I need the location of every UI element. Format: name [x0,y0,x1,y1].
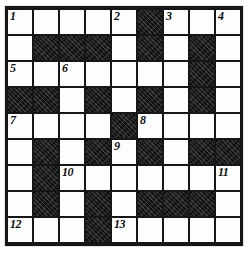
clue-number-6: 6 [62,62,68,76]
white-cell-r8c5[interactable] [112,192,136,216]
black-cell-r7c2 [34,166,58,190]
clue-number-10: 10 [62,166,73,180]
crossword-grid: 12345678910111213 [5,6,243,246]
white-cell-r5c3[interactable] [60,114,84,138]
black-cell-r8c6 [138,192,162,216]
black-cell-r4c4 [86,88,110,112]
white-cell-r6c1[interactable] [8,140,32,164]
white-cell-r3c7[interactable] [164,62,188,86]
white-cell-r9c8[interactable] [190,218,214,242]
black-cell-r8c8 [190,192,214,216]
black-cell-r4c1 [8,88,32,112]
black-cell-r8c2 [34,192,58,216]
clue-number-12: 12 [10,218,21,232]
clue-number-3: 3 [166,10,172,24]
black-cell-r1c6 [138,10,162,34]
white-cell-r4c5[interactable] [112,88,136,112]
white-cell-r2c5[interactable] [112,36,136,60]
white-cell-r1c4[interactable] [86,10,110,34]
white-cell-r9c5[interactable]: 13 [112,218,136,242]
puzzle-page: 12345678910111213 [0,0,251,256]
white-cell-r1c5[interactable]: 2 [112,10,136,34]
black-cell-r4c6 [138,88,162,112]
white-cell-r1c8[interactable] [190,10,214,34]
white-cell-r1c3[interactable] [60,10,84,34]
white-cell-r2c7[interactable] [164,36,188,60]
black-cell-r6c6 [138,140,162,164]
white-cell-r9c6[interactable] [138,218,162,242]
black-cell-r2c3 [60,36,84,60]
clue-number-1: 1 [10,10,16,24]
white-cell-r8c1[interactable] [8,192,32,216]
black-cell-r9c4 [86,218,110,242]
black-cell-r2c4 [86,36,110,60]
clue-number-5: 5 [10,62,16,76]
white-cell-r4c7[interactable] [164,88,188,112]
black-cell-r6c2 [34,140,58,164]
black-cell-r3c8 [190,62,214,86]
white-cell-r5c2[interactable] [34,114,58,138]
white-cell-r5c1[interactable]: 7 [8,114,32,138]
black-cell-r6c4 [86,140,110,164]
clue-number-2: 2 [114,10,120,24]
white-cell-r7c5[interactable] [112,166,136,190]
white-cell-r3c4[interactable] [86,62,110,86]
white-cell-r9c7[interactable] [164,218,188,242]
white-cell-r8c3[interactable] [60,192,84,216]
clue-number-4: 4 [218,10,224,24]
black-cell-r4c2 [34,88,58,112]
white-cell-r3c9[interactable] [216,62,240,86]
white-cell-r7c8[interactable] [190,166,214,190]
white-cell-r5c9[interactable] [216,114,240,138]
clue-number-11: 11 [218,166,228,180]
white-cell-r7c3[interactable]: 10 [60,166,84,190]
white-cell-r9c3[interactable] [60,218,84,242]
white-cell-r6c5[interactable]: 9 [112,140,136,164]
white-cell-r1c7[interactable]: 3 [164,10,188,34]
white-cell-r7c1[interactable] [8,166,32,190]
white-cell-r3c2[interactable] [34,62,58,86]
white-cell-r7c9[interactable]: 11 [216,166,240,190]
black-cell-r2c8 [190,36,214,60]
white-cell-r2c1[interactable] [8,36,32,60]
white-cell-r7c4[interactable] [86,166,110,190]
white-cell-r5c7[interactable] [164,114,188,138]
clue-number-9: 9 [114,140,120,154]
black-cell-r6c9 [216,140,240,164]
black-cell-r8c4 [86,192,110,216]
clue-number-7: 7 [10,114,16,128]
white-cell-r3c1[interactable]: 5 [8,62,32,86]
clue-number-13: 13 [114,218,125,232]
white-cell-r4c9[interactable] [216,88,240,112]
white-cell-r6c7[interactable] [164,140,188,164]
white-cell-r7c7[interactable] [164,166,188,190]
black-cell-r4c8 [190,88,214,112]
white-cell-r6c3[interactable] [60,140,84,164]
black-cell-r2c2 [34,36,58,60]
black-cell-r2c6 [138,36,162,60]
black-cell-r8c7 [164,192,188,216]
white-cell-r5c4[interactable] [86,114,110,138]
white-cell-r7c6[interactable] [138,166,162,190]
white-cell-r5c8[interactable] [190,114,214,138]
scanned-crossword-screenshot: { "game": "crossword", "description": "S… [0,0,251,256]
white-cell-r9c1[interactable]: 12 [8,218,32,242]
white-cell-r3c6[interactable] [138,62,162,86]
clue-number-8: 8 [140,114,146,128]
white-cell-r3c5[interactable] [112,62,136,86]
white-cell-r2c9[interactable] [216,36,240,60]
white-cell-r1c9[interactable]: 4 [216,10,240,34]
white-cell-r3c3[interactable]: 6 [60,62,84,86]
white-cell-r1c1[interactable]: 1 [8,10,32,34]
black-cell-r6c8 [190,140,214,164]
black-cell-r5c5 [112,114,136,138]
white-cell-r4c3[interactable] [60,88,84,112]
white-cell-r9c9[interactable] [216,218,240,242]
white-cell-r9c2[interactable] [34,218,58,242]
white-cell-r8c9[interactable] [216,192,240,216]
white-cell-r1c2[interactable] [34,10,58,34]
white-cell-r5c6[interactable]: 8 [138,114,162,138]
